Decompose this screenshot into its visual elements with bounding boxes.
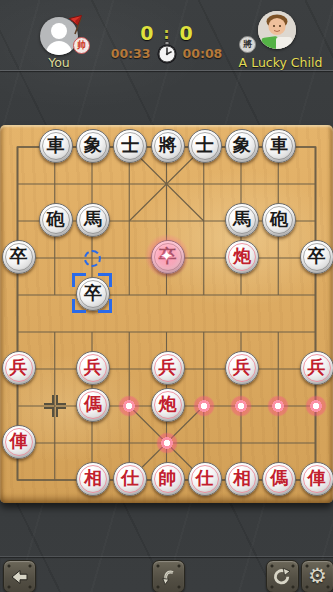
red-piece-炮[interactable]: 炮 xyxy=(225,240,259,274)
redo-button[interactable] xyxy=(266,560,299,592)
black-piece-馬[interactable]: 馬 xyxy=(76,203,110,237)
red-piece-傌[interactable]: 傌 xyxy=(262,462,296,496)
redo-icon xyxy=(272,567,293,587)
xiangqi-board[interactable]: 車象士將士象車砲馬馬砲卒卒炮卒卒兵兵兵兵兵傌炮俥相仕帥仕相傌俥✦ xyxy=(0,125,333,503)
black-piece-卒[interactable]: 卒 xyxy=(151,240,185,274)
black-piece-卒[interactable]: 卒 xyxy=(300,240,333,274)
clock-icon xyxy=(155,41,179,65)
red-piece-兵[interactable]: 兵 xyxy=(2,351,36,385)
move-hint-dot[interactable] xyxy=(193,395,215,417)
your-time: 00:33 xyxy=(111,46,151,61)
red-piece-傌[interactable]: 傌 xyxy=(76,388,110,422)
black-piece-象[interactable]: 象 xyxy=(76,129,110,163)
red-piece-相[interactable]: 相 xyxy=(225,462,259,496)
top-bar: 帅 You 0:0 00:33 00:08 將 xyxy=(0,0,333,70)
red-piece-炮[interactable]: 炮 xyxy=(151,388,185,422)
undo-icon xyxy=(158,567,179,587)
black-piece-車[interactable]: 車 xyxy=(262,129,296,163)
undo-button[interactable] xyxy=(152,560,185,592)
red-piece-兵[interactable]: 兵 xyxy=(225,351,259,385)
black-piece-卒[interactable]: 卒 xyxy=(2,240,36,274)
player-opponent-name: A Lucky Child xyxy=(228,55,333,71)
move-hint-dot[interactable] xyxy=(156,432,178,454)
bottom-toolbar: ⚙ xyxy=(0,556,333,592)
red-piece-仕[interactable]: 仕 xyxy=(188,462,222,496)
xiangqi-app: 帅 You 0:0 00:33 00:08 將 xyxy=(0,0,333,592)
red-piece-兵[interactable]: 兵 xyxy=(151,351,185,385)
red-piece-帥[interactable]: 帥 xyxy=(151,462,185,496)
last-move-destination-brackets xyxy=(72,273,112,313)
baby-photo xyxy=(258,11,296,49)
settings-gear-icon: ⚙ xyxy=(308,566,327,587)
move-hint-dot[interactable] xyxy=(230,395,252,417)
back-arrow-icon xyxy=(9,567,30,587)
red-piece-俥[interactable]: 俥 xyxy=(2,425,36,459)
black-piece-象[interactable]: 象 xyxy=(225,129,259,163)
red-piece-兵[interactable]: 兵 xyxy=(76,351,110,385)
black-piece-砲[interactable]: 砲 xyxy=(39,203,73,237)
black-piece-馬[interactable]: 馬 xyxy=(225,203,259,237)
black-piece-士[interactable]: 士 xyxy=(188,129,222,163)
red-piece-相[interactable]: 相 xyxy=(76,462,110,496)
black-piece-士[interactable]: 士 xyxy=(113,129,147,163)
black-side-badge: 將 xyxy=(239,36,256,53)
red-move-origin-marker xyxy=(44,395,66,417)
black-piece-砲[interactable]: 砲 xyxy=(262,203,296,237)
move-hint-dot[interactable] xyxy=(305,395,327,417)
black-piece-車[interactable]: 車 xyxy=(39,129,73,163)
last-move-origin-cursor xyxy=(84,250,101,267)
black-piece-將[interactable]: 將 xyxy=(151,129,185,163)
opponent-time: 00:08 xyxy=(183,46,223,61)
red-piece-仕[interactable]: 仕 xyxy=(113,462,147,496)
top-divider xyxy=(0,70,333,71)
player-opponent-avatar[interactable] xyxy=(258,11,296,49)
settings-button[interactable]: ⚙ xyxy=(301,560,333,592)
red-piece-俥[interactable]: 俥 xyxy=(300,462,333,496)
back-button[interactable] xyxy=(3,560,36,592)
red-piece-兵[interactable]: 兵 xyxy=(300,351,333,385)
